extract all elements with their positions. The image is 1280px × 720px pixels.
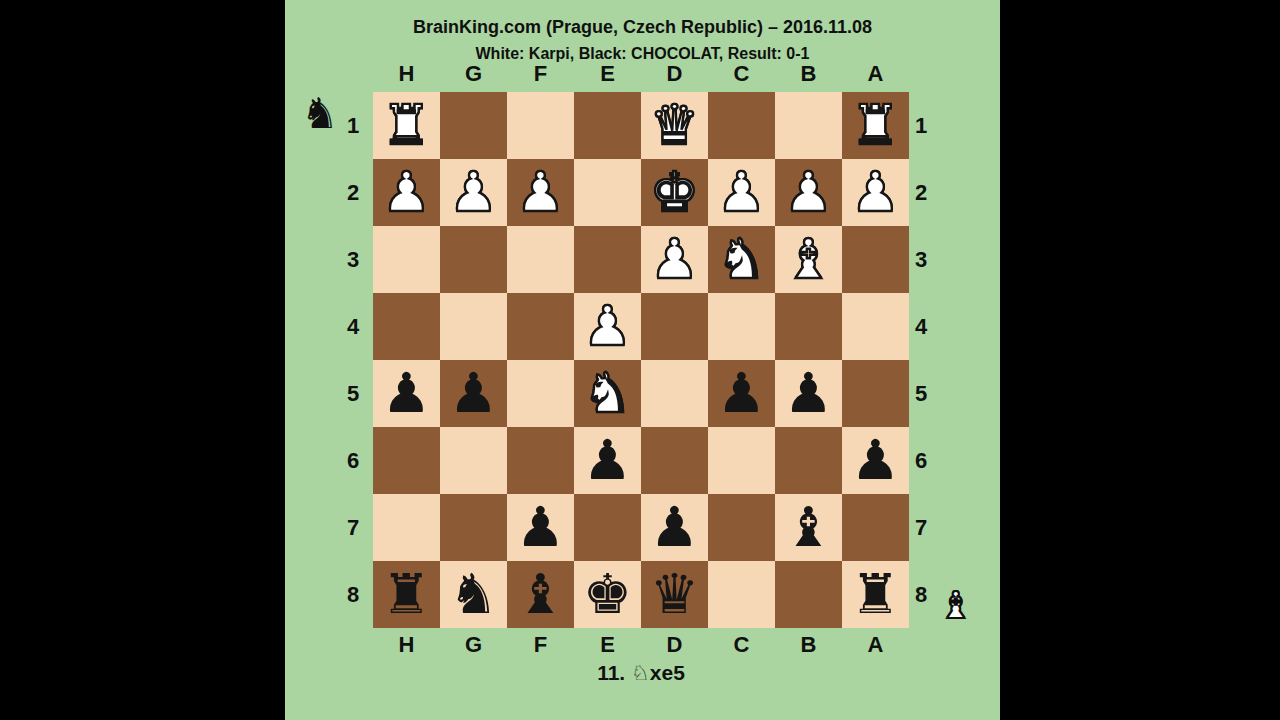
white-pawn[interactable]: ♟ [583,299,632,354]
square-f5[interactable] [507,360,574,427]
white-bishop[interactable]: ♝ [784,232,833,287]
video-frame: BrainKing.com (Prague, Czech Republic) –… [0,0,1280,720]
square-b3[interactable]: ♝ [775,226,842,293]
square-h2[interactable]: ♟ [373,159,440,226]
file-label-top-h: H [373,60,440,88]
square-a2[interactable]: ♟ [842,159,909,226]
move-caption: 11. ♘xe5 [373,661,909,685]
square-a1[interactable]: ♜ [842,92,909,159]
white-pawn[interactable]: ♟ [784,165,833,220]
square-f7[interactable]: ♟ [507,494,574,561]
file-labels-bottom: HGFEDCBA [373,631,909,659]
square-f2[interactable]: ♟ [507,159,574,226]
rank-label-left-3: 3 [338,226,368,293]
rank-label-left-8: 8 [338,561,368,628]
square-g5[interactable]: ♟ [440,360,507,427]
file-label-top-f: F [507,60,574,88]
file-labels-top: HGFEDCBA [373,60,909,88]
square-b2[interactable]: ♟ [775,159,842,226]
rank-label-right-6: 6 [906,427,936,494]
white-queen[interactable]: ♛ [650,98,699,153]
square-h7[interactable] [373,494,440,561]
black-pawn[interactable]: ♟ [382,366,431,421]
black-pawn[interactable]: ♟ [784,366,833,421]
file-label-top-b: B [775,60,842,88]
rank-label-left-5: 5 [338,360,368,427]
black-bishop[interactable]: ♝ [784,500,833,555]
square-a4[interactable] [842,293,909,360]
square-e5[interactable]: ♞ [574,360,641,427]
rank-label-right-1: 1 [906,92,936,159]
square-b8[interactable] [775,561,842,628]
square-e4[interactable]: ♟ [574,293,641,360]
black-pawn[interactable]: ♟ [516,500,565,555]
black-king[interactable]: ♚ [583,567,632,622]
black-rook[interactable]: ♜ [851,567,900,622]
chess-board[interactable]: ♜♛♜♟♟♟♚♟♟♟♟♞♝♟♟♟♞♟♟♟♟♟♟♝♜♞♝♚♛♜ [373,92,909,628]
square-c7[interactable] [708,494,775,561]
rank-label-left-6: 6 [338,427,368,494]
rank-label-right-5: 5 [906,360,936,427]
file-label-top-a: A [842,60,909,88]
black-pawn[interactable]: ♟ [583,433,632,488]
square-g8[interactable]: ♞ [440,561,507,628]
square-f6[interactable] [507,427,574,494]
white-king[interactable]: ♚ [650,165,699,220]
white-pawn[interactable]: ♟ [516,165,565,220]
black-pawn[interactable]: ♟ [851,433,900,488]
black-queen[interactable]: ♛ [650,567,699,622]
square-g4[interactable] [440,293,507,360]
square-d1[interactable]: ♛ [641,92,708,159]
black-pawn[interactable]: ♟ [449,366,498,421]
square-g2[interactable]: ♟ [440,159,507,226]
file-label-bottom-f: F [507,631,574,659]
square-g6[interactable] [440,427,507,494]
black-pawn[interactable]: ♟ [650,500,699,555]
square-a6[interactable]: ♟ [842,427,909,494]
black-rook[interactable]: ♜ [382,567,431,622]
square-b4[interactable] [775,293,842,360]
square-a8[interactable]: ♜ [842,561,909,628]
square-b6[interactable] [775,427,842,494]
rank-label-left-7: 7 [338,494,368,561]
file-label-bottom-h: H [373,631,440,659]
square-h3[interactable] [373,226,440,293]
square-h5[interactable]: ♟ [373,360,440,427]
white-pawn[interactable]: ♟ [717,165,766,220]
square-d7[interactable]: ♟ [641,494,708,561]
square-f4[interactable] [507,293,574,360]
square-d5[interactable] [641,360,708,427]
file-label-bottom-g: G [440,631,507,659]
black-knight[interactable]: ♞ [449,567,498,622]
square-e2[interactable] [574,159,641,226]
captured-white-bishop-icon: ♝ [939,587,972,624]
left-black-bar [0,0,285,720]
white-pawn[interactable]: ♟ [650,232,699,287]
white-rook[interactable]: ♜ [382,98,431,153]
square-f1[interactable] [507,92,574,159]
white-knight[interactable]: ♞ [583,366,632,421]
square-b7[interactable]: ♝ [775,494,842,561]
white-pawn[interactable]: ♟ [382,165,431,220]
rank-labels-right: 12345678 [906,92,936,628]
rank-label-left-4: 4 [338,293,368,360]
square-c1[interactable] [708,92,775,159]
square-e1[interactable] [574,92,641,159]
square-d8[interactable]: ♛ [641,561,708,628]
captured-black-knight-icon: ♞ [301,93,339,135]
square-d4[interactable] [641,293,708,360]
file-label-bottom-a: A [842,631,909,659]
file-label-bottom-b: B [775,631,842,659]
square-h8[interactable]: ♜ [373,561,440,628]
square-h1[interactable]: ♜ [373,92,440,159]
square-b1[interactable] [775,92,842,159]
white-pawn[interactable]: ♟ [851,165,900,220]
right-black-bar [1000,0,1280,720]
square-a7[interactable] [842,494,909,561]
square-f3[interactable] [507,226,574,293]
site-title: BrainKing.com (Prague, Czech Republic) –… [285,17,1000,38]
square-g1[interactable] [440,92,507,159]
square-e8[interactable]: ♚ [574,561,641,628]
square-g7[interactable] [440,494,507,561]
file-label-bottom-c: C [708,631,775,659]
rank-label-right-3: 3 [906,226,936,293]
rank-label-right-8: 8 [906,561,936,628]
square-c2[interactable]: ♟ [708,159,775,226]
rank-label-left-2: 2 [338,159,368,226]
black-bishop[interactable]: ♝ [516,567,565,622]
rank-label-right-7: 7 [906,494,936,561]
square-c6[interactable] [708,427,775,494]
square-c3[interactable]: ♞ [708,226,775,293]
square-d3[interactable]: ♟ [641,226,708,293]
file-label-top-d: D [641,60,708,88]
square-c8[interactable] [708,561,775,628]
file-label-top-g: G [440,60,507,88]
square-f8[interactable]: ♝ [507,561,574,628]
square-c5[interactable]: ♟ [708,360,775,427]
white-knight[interactable]: ♞ [717,232,766,287]
square-g3[interactable] [440,226,507,293]
rank-label-right-2: 2 [906,159,936,226]
white-pawn[interactable]: ♟ [449,165,498,220]
file-label-bottom-e: E [574,631,641,659]
white-rook[interactable]: ♜ [851,98,900,153]
square-e6[interactable]: ♟ [574,427,641,494]
black-pawn[interactable]: ♟ [717,366,766,421]
game-area: BrainKing.com (Prague, Czech Republic) –… [285,0,1000,720]
square-a5[interactable] [842,360,909,427]
square-d2[interactable]: ♚ [641,159,708,226]
rank-labels-left: 12345678 [338,92,368,628]
square-e3[interactable] [574,226,641,293]
square-h4[interactable] [373,293,440,360]
square-d6[interactable] [641,427,708,494]
square-h6[interactable] [373,427,440,494]
square-a3[interactable] [842,226,909,293]
file-label-bottom-d: D [641,631,708,659]
file-label-top-e: E [574,60,641,88]
rank-label-right-4: 4 [906,293,936,360]
square-e7[interactable] [574,494,641,561]
file-label-top-c: C [708,60,775,88]
square-b5[interactable]: ♟ [775,360,842,427]
square-c4[interactable] [708,293,775,360]
rank-label-left-1: 1 [338,92,368,159]
